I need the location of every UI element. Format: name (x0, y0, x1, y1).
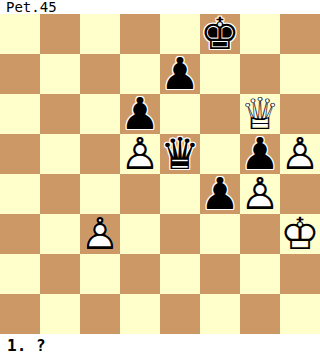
square-a4[interactable] (0, 174, 40, 214)
square-a6[interactable] (0, 94, 40, 134)
square-h5[interactable]: ♟♙ (280, 134, 320, 174)
square-h3[interactable]: ♚♔ (280, 214, 320, 254)
white-pawn-h5[interactable]: ♟♙ (280, 134, 320, 174)
white-pawn-glyph: ♙ (280, 134, 320, 174)
square-h7[interactable] (280, 54, 320, 94)
square-g8[interactable] (240, 14, 280, 54)
square-b6[interactable] (40, 94, 80, 134)
square-g1[interactable] (240, 294, 280, 334)
square-d5[interactable]: ♟♙ (120, 134, 160, 174)
square-c3[interactable]: ♟♙ (80, 214, 120, 254)
square-e5[interactable]: ♛ (160, 134, 200, 174)
black-queen-glyph: ♛ (160, 134, 200, 174)
square-b7[interactable] (40, 54, 80, 94)
square-b5[interactable] (40, 134, 80, 174)
square-a2[interactable] (0, 254, 40, 294)
square-c8[interactable] (80, 14, 120, 54)
square-h2[interactable] (280, 254, 320, 294)
black-king-glyph: ♚ (200, 14, 240, 54)
square-f2[interactable] (200, 254, 240, 294)
square-h8[interactable] (280, 14, 320, 54)
square-a7[interactable] (0, 54, 40, 94)
square-a1[interactable] (0, 294, 40, 334)
chess-board: ♚♟♟♛♕♟♙♛♟♟♙♟♟♙♟♙♚♔ (0, 14, 320, 334)
black-pawn-glyph: ♟ (160, 54, 200, 94)
white-pawn-glyph: ♙ (240, 174, 280, 214)
black-pawn-e7[interactable]: ♟ (160, 54, 200, 94)
square-c2[interactable] (80, 254, 120, 294)
square-b1[interactable] (40, 294, 80, 334)
square-g3[interactable] (240, 214, 280, 254)
black-queen-e5[interactable]: ♛ (160, 134, 200, 174)
square-c5[interactable] (80, 134, 120, 174)
square-e1[interactable] (160, 294, 200, 334)
white-king-glyph: ♔ (280, 214, 320, 254)
square-e7[interactable]: ♟ (160, 54, 200, 94)
square-d3[interactable] (120, 214, 160, 254)
black-pawn-glyph: ♟ (200, 174, 240, 214)
square-c1[interactable] (80, 294, 120, 334)
square-f3[interactable] (200, 214, 240, 254)
square-a3[interactable] (0, 214, 40, 254)
square-e4[interactable] (160, 174, 200, 214)
square-a5[interactable] (0, 134, 40, 174)
square-b2[interactable] (40, 254, 80, 294)
white-pawn-g4[interactable]: ♟♙ (240, 174, 280, 214)
white-pawn-glyph: ♙ (120, 134, 160, 174)
square-c6[interactable] (80, 94, 120, 134)
square-b8[interactable] (40, 14, 80, 54)
square-c7[interactable] (80, 54, 120, 94)
square-f6[interactable] (200, 94, 240, 134)
square-b4[interactable] (40, 174, 80, 214)
square-f1[interactable] (200, 294, 240, 334)
square-d4[interactable] (120, 174, 160, 214)
square-d8[interactable] (120, 14, 160, 54)
square-d2[interactable] (120, 254, 160, 294)
black-pawn-f4[interactable]: ♟ (200, 174, 240, 214)
move-prompt: 1. ? (7, 336, 46, 356)
white-pawn-glyph: ♙ (80, 214, 120, 254)
square-f7[interactable] (200, 54, 240, 94)
square-f4[interactable]: ♟ (200, 174, 240, 214)
square-g2[interactable] (240, 254, 280, 294)
square-h1[interactable] (280, 294, 320, 334)
diagram-label: Pet.45 (6, 0, 57, 14)
black-king-f8[interactable]: ♚ (200, 14, 240, 54)
square-g4[interactable]: ♟♙ (240, 174, 280, 214)
square-e2[interactable] (160, 254, 200, 294)
square-d1[interactable] (120, 294, 160, 334)
square-f8[interactable]: ♚ (200, 14, 240, 54)
white-pawn-d5[interactable]: ♟♙ (120, 134, 160, 174)
square-e3[interactable] (160, 214, 200, 254)
square-a8[interactable] (0, 14, 40, 54)
square-b3[interactable] (40, 214, 80, 254)
white-pawn-c3[interactable]: ♟♙ (80, 214, 120, 254)
white-king-h3[interactable]: ♚♔ (280, 214, 320, 254)
